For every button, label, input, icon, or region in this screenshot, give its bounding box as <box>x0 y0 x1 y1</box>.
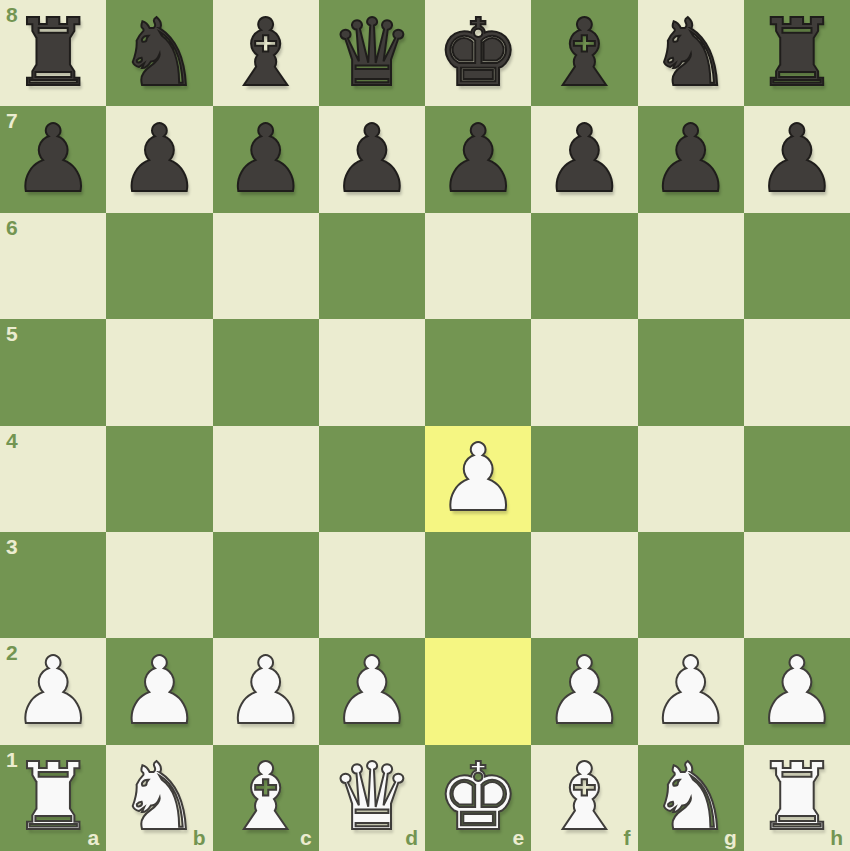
square-g1[interactable]: g♞ <box>638 745 744 851</box>
white-king-e1[interactable]: ♚ <box>436 751 519 844</box>
square-h2[interactable]: ♟ <box>744 638 850 744</box>
white-pawn-b2[interactable]: ♟ <box>118 645 201 738</box>
square-f2[interactable]: ♟ <box>531 638 637 744</box>
white-pawn-f2[interactable]: ♟ <box>543 645 626 738</box>
square-a1[interactable]: 1a♜ <box>0 745 106 851</box>
square-c7[interactable]: ♟ <box>213 106 319 212</box>
square-d5[interactable] <box>319 319 425 425</box>
white-pawn-a2[interactable]: ♟ <box>11 645 94 738</box>
white-knight-b1[interactable]: ♞ <box>118 751 201 844</box>
square-d4[interactable] <box>319 426 425 532</box>
black-pawn-e7[interactable]: ♟ <box>436 113 519 206</box>
chess-board: 8♜♞♝♛♚♝♞♜7♟♟♟♟♟♟♟♟654♟32♟♟♟♟♟♟♟1a♜b♞c♝d♛… <box>0 0 850 851</box>
white-pawn-h2[interactable]: ♟ <box>755 645 838 738</box>
black-pawn-h7[interactable]: ♟ <box>755 113 838 206</box>
white-rook-h1[interactable]: ♜ <box>755 751 838 844</box>
square-f3[interactable] <box>531 532 637 638</box>
square-d8[interactable]: ♛ <box>319 0 425 106</box>
square-d3[interactable] <box>319 532 425 638</box>
square-b1[interactable]: b♞ <box>106 745 212 851</box>
black-rook-h8[interactable]: ♜ <box>755 7 838 100</box>
square-b8[interactable]: ♞ <box>106 0 212 106</box>
square-g2[interactable]: ♟ <box>638 638 744 744</box>
square-e3[interactable] <box>425 532 531 638</box>
square-c5[interactable] <box>213 319 319 425</box>
square-a8[interactable]: 8♜ <box>0 0 106 106</box>
rank-label-6: 6 <box>6 216 18 239</box>
square-b3[interactable] <box>106 532 212 638</box>
square-e6[interactable] <box>425 213 531 319</box>
white-knight-g1[interactable]: ♞ <box>649 751 732 844</box>
square-g3[interactable] <box>638 532 744 638</box>
square-f4[interactable] <box>531 426 637 532</box>
rank-label-5: 5 <box>6 322 18 345</box>
square-a4[interactable]: 4 <box>0 426 106 532</box>
square-c4[interactable] <box>213 426 319 532</box>
black-pawn-c7[interactable]: ♟ <box>224 113 307 206</box>
square-b7[interactable]: ♟ <box>106 106 212 212</box>
square-a6[interactable]: 6 <box>0 213 106 319</box>
white-bishop-f1[interactable]: ♝ <box>543 751 626 844</box>
square-e1[interactable]: e♚ <box>425 745 531 851</box>
square-a5[interactable]: 5 <box>0 319 106 425</box>
square-a3[interactable]: 3 <box>0 532 106 638</box>
black-knight-b8[interactable]: ♞ <box>118 7 201 100</box>
square-f1[interactable]: f♝ <box>531 745 637 851</box>
black-pawn-d7[interactable]: ♟ <box>330 113 413 206</box>
square-e2[interactable] <box>425 638 531 744</box>
square-c6[interactable] <box>213 213 319 319</box>
square-a7[interactable]: 7♟ <box>0 106 106 212</box>
square-c8[interactable]: ♝ <box>213 0 319 106</box>
square-e5[interactable] <box>425 319 531 425</box>
black-pawn-b7[interactable]: ♟ <box>118 113 201 206</box>
square-g7[interactable]: ♟ <box>638 106 744 212</box>
square-g6[interactable] <box>638 213 744 319</box>
square-b4[interactable] <box>106 426 212 532</box>
white-pawn-c2[interactable]: ♟ <box>224 645 307 738</box>
square-h5[interactable] <box>744 319 850 425</box>
square-h3[interactable] <box>744 532 850 638</box>
square-e8[interactable]: ♚ <box>425 0 531 106</box>
square-g4[interactable] <box>638 426 744 532</box>
square-d7[interactable]: ♟ <box>319 106 425 212</box>
square-h4[interactable] <box>744 426 850 532</box>
black-queen-d8[interactable]: ♛ <box>330 7 413 100</box>
square-b6[interactable] <box>106 213 212 319</box>
white-pawn-e4[interactable]: ♟ <box>436 432 519 525</box>
square-d2[interactable]: ♟ <box>319 638 425 744</box>
square-e4[interactable]: ♟ <box>425 426 531 532</box>
square-c3[interactable] <box>213 532 319 638</box>
square-h6[interactable] <box>744 213 850 319</box>
black-king-e8[interactable]: ♚ <box>436 7 519 100</box>
square-d1[interactable]: d♛ <box>319 745 425 851</box>
black-knight-g8[interactable]: ♞ <box>649 7 732 100</box>
square-h1[interactable]: h♜ <box>744 745 850 851</box>
square-f5[interactable] <box>531 319 637 425</box>
square-f6[interactable] <box>531 213 637 319</box>
square-e7[interactable]: ♟ <box>425 106 531 212</box>
square-d6[interactable] <box>319 213 425 319</box>
square-c1[interactable]: c♝ <box>213 745 319 851</box>
square-c2[interactable]: ♟ <box>213 638 319 744</box>
white-queen-d1[interactable]: ♛ <box>330 751 413 844</box>
square-b5[interactable] <box>106 319 212 425</box>
black-rook-a8[interactable]: ♜ <box>11 7 94 100</box>
black-pawn-f7[interactable]: ♟ <box>543 113 626 206</box>
square-g8[interactable]: ♞ <box>638 0 744 106</box>
square-b2[interactable]: ♟ <box>106 638 212 744</box>
square-a2[interactable]: 2♟ <box>0 638 106 744</box>
black-pawn-a7[interactable]: ♟ <box>11 113 94 206</box>
rank-label-4: 4 <box>6 429 18 452</box>
square-f7[interactable]: ♟ <box>531 106 637 212</box>
white-rook-a1[interactable]: ♜ <box>11 751 94 844</box>
black-bishop-c8[interactable]: ♝ <box>224 7 307 100</box>
white-pawn-d2[interactable]: ♟ <box>330 645 413 738</box>
square-f8[interactable]: ♝ <box>531 0 637 106</box>
black-pawn-g7[interactable]: ♟ <box>649 113 732 206</box>
square-h7[interactable]: ♟ <box>744 106 850 212</box>
square-g5[interactable] <box>638 319 744 425</box>
square-h8[interactable]: ♜ <box>744 0 850 106</box>
rank-label-3: 3 <box>6 535 18 558</box>
black-bishop-f8[interactable]: ♝ <box>543 7 626 100</box>
white-bishop-c1[interactable]: ♝ <box>224 751 307 844</box>
white-pawn-g2[interactable]: ♟ <box>649 645 732 738</box>
